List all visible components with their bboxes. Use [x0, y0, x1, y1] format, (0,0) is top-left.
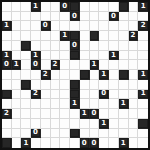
- black-cell: [119, 70, 129, 80]
- empty-cell[interactable]: [129, 12, 139, 22]
- empty-cell[interactable]: [138, 129, 148, 139]
- black-cell: [119, 2, 129, 12]
- empty-cell[interactable]: [90, 21, 100, 31]
- empty-cell[interactable]: [51, 31, 61, 41]
- black-cell: [70, 129, 80, 139]
- clue-number: 1: [33, 51, 38, 58]
- clue-cell: 1: [21, 138, 31, 148]
- empty-cell[interactable]: [99, 129, 109, 139]
- empty-cell[interactable]: [60, 99, 70, 109]
- empty-cell[interactable]: [80, 51, 90, 61]
- clue-cell: 1: [138, 90, 148, 100]
- clue-cell: 0: [2, 60, 12, 70]
- empty-cell[interactable]: [70, 21, 80, 31]
- empty-cell[interactable]: [51, 2, 61, 12]
- empty-cell[interactable]: [119, 80, 129, 90]
- clue-number: 1: [92, 61, 97, 68]
- empty-cell[interactable]: [41, 129, 51, 139]
- empty-cell[interactable]: [119, 21, 129, 31]
- empty-cell[interactable]: [12, 90, 22, 100]
- empty-cell[interactable]: [129, 70, 139, 80]
- empty-cell[interactable]: [31, 12, 41, 22]
- empty-cell[interactable]: [2, 129, 12, 139]
- empty-cell[interactable]: [109, 99, 119, 109]
- empty-cell[interactable]: [80, 21, 90, 31]
- empty-cell[interactable]: [21, 70, 31, 80]
- clue-cell: 1: [70, 99, 80, 109]
- clue-number: 0: [92, 139, 97, 146]
- clue-number: 1: [141, 2, 146, 9]
- clue-number: 1: [141, 90, 146, 97]
- clue-cell: 1: [80, 109, 90, 119]
- empty-cell[interactable]: [51, 12, 61, 22]
- clue-number: 1: [141, 70, 146, 77]
- empty-cell[interactable]: [90, 119, 100, 129]
- empty-cell[interactable]: [2, 70, 12, 80]
- empty-cell[interactable]: [12, 109, 22, 119]
- empty-cell[interactable]: [129, 2, 139, 12]
- empty-cell[interactable]: [21, 51, 31, 61]
- empty-cell[interactable]: [41, 51, 51, 61]
- black-cell: [21, 80, 31, 90]
- empty-cell[interactable]: [51, 109, 61, 119]
- black-cell: [70, 51, 80, 61]
- empty-cell[interactable]: [138, 138, 148, 148]
- empty-cell[interactable]: [129, 80, 139, 90]
- empty-cell[interactable]: [109, 70, 119, 80]
- empty-cell[interactable]: [109, 31, 119, 41]
- clue-cell: 2: [41, 70, 51, 80]
- empty-cell[interactable]: [2, 31, 12, 41]
- clue-number: 1: [121, 139, 126, 146]
- clue-number: 1: [101, 119, 106, 126]
- empty-cell[interactable]: [21, 2, 31, 12]
- empty-cell[interactable]: [119, 12, 129, 22]
- clue-number: 2: [33, 90, 38, 97]
- empty-cell[interactable]: [12, 2, 22, 12]
- puzzle-board: 101001021201110102121120111210101001: [0, 0, 150, 150]
- clue-number: 1: [121, 100, 126, 107]
- empty-cell[interactable]: [31, 109, 41, 119]
- empty-cell[interactable]: [70, 70, 80, 80]
- empty-cell[interactable]: [99, 99, 109, 109]
- empty-cell[interactable]: [138, 41, 148, 51]
- clue-number: 2: [4, 109, 9, 116]
- empty-cell[interactable]: [31, 21, 41, 31]
- empty-cell[interactable]: [80, 12, 90, 22]
- clue-cell: 2: [138, 21, 148, 31]
- black-cell: [2, 138, 12, 148]
- empty-cell[interactable]: [21, 21, 31, 31]
- black-cell: [80, 70, 90, 80]
- empty-cell[interactable]: [12, 70, 22, 80]
- empty-cell[interactable]: [80, 60, 90, 70]
- empty-cell[interactable]: [109, 129, 119, 139]
- empty-cell[interactable]: [60, 41, 70, 51]
- clue-number: 1: [101, 70, 106, 77]
- empty-cell[interactable]: [41, 80, 51, 90]
- empty-cell[interactable]: [99, 12, 109, 22]
- empty-cell[interactable]: [109, 109, 119, 119]
- empty-cell[interactable]: [51, 138, 61, 148]
- empty-cell[interactable]: [129, 41, 139, 51]
- empty-cell[interactable]: [51, 90, 61, 100]
- clue-number: 2: [43, 70, 48, 77]
- empty-cell[interactable]: [60, 119, 70, 129]
- clue-cell: 0: [90, 109, 100, 119]
- empty-cell[interactable]: [12, 99, 22, 109]
- clue-number: 2: [53, 61, 58, 68]
- clue-number: 1: [14, 61, 19, 68]
- empty-cell[interactable]: [31, 99, 41, 109]
- empty-cell[interactable]: [31, 138, 41, 148]
- empty-cell[interactable]: [2, 2, 12, 12]
- clue-number: 2: [141, 22, 146, 29]
- empty-cell[interactable]: [12, 12, 22, 22]
- empty-cell[interactable]: [119, 129, 129, 139]
- clue-number: 0: [101, 90, 106, 97]
- empty-cell[interactable]: [41, 109, 51, 119]
- empty-cell[interactable]: [138, 109, 148, 119]
- empty-cell[interactable]: [60, 12, 70, 22]
- clue-number: 0: [72, 41, 77, 48]
- clue-cell: 0: [109, 12, 119, 22]
- clue-cell: 1: [12, 60, 22, 70]
- empty-cell[interactable]: [31, 70, 41, 80]
- clue-number: 1: [72, 100, 77, 107]
- clue-number: 2: [130, 32, 135, 39]
- empty-cell[interactable]: [2, 80, 12, 90]
- empty-cell[interactable]: [60, 109, 70, 119]
- empty-cell[interactable]: [99, 41, 109, 51]
- empty-cell[interactable]: [80, 31, 90, 41]
- black-cell: [90, 31, 100, 41]
- empty-cell[interactable]: [70, 109, 80, 119]
- empty-cell[interactable]: [99, 138, 109, 148]
- clue-number: 0: [72, 12, 77, 19]
- clue-cell: 0: [90, 138, 100, 148]
- clue-cell: 1: [2, 21, 12, 31]
- empty-cell[interactable]: [21, 60, 31, 70]
- empty-cell[interactable]: [109, 119, 119, 129]
- empty-cell[interactable]: [80, 90, 90, 100]
- empty-cell[interactable]: [129, 99, 139, 109]
- empty-cell[interactable]: [129, 51, 139, 61]
- black-cell: [21, 41, 31, 51]
- empty-cell[interactable]: [21, 129, 31, 139]
- empty-cell[interactable]: [99, 21, 109, 31]
- empty-cell[interactable]: [60, 90, 70, 100]
- empty-cell[interactable]: [119, 109, 129, 119]
- empty-cell[interactable]: [70, 60, 80, 70]
- black-cell: [70, 80, 80, 90]
- empty-cell[interactable]: [99, 2, 109, 12]
- clue-number: 0: [33, 61, 38, 68]
- clue-cell: 0: [70, 12, 80, 22]
- clue-cell: 1: [138, 70, 148, 80]
- empty-cell[interactable]: [41, 31, 51, 41]
- empty-cell[interactable]: [51, 119, 61, 129]
- empty-cell[interactable]: [80, 119, 90, 129]
- empty-cell[interactable]: [129, 109, 139, 119]
- clue-number: 0: [62, 2, 67, 9]
- clue-number: 0: [111, 12, 116, 19]
- empty-cell[interactable]: [21, 99, 31, 109]
- empty-cell[interactable]: [80, 129, 90, 139]
- empty-cell[interactable]: [90, 80, 100, 90]
- empty-cell[interactable]: [80, 80, 90, 90]
- empty-cell[interactable]: [41, 138, 51, 148]
- clue-cell: 0: [31, 60, 41, 70]
- empty-cell[interactable]: [51, 129, 61, 139]
- empty-cell[interactable]: [21, 109, 31, 119]
- empty-cell[interactable]: [129, 138, 139, 148]
- clue-number: 1: [33, 2, 38, 9]
- empty-cell[interactable]: [51, 80, 61, 90]
- empty-cell[interactable]: [60, 80, 70, 90]
- empty-cell[interactable]: [109, 60, 119, 70]
- empty-cell[interactable]: [41, 119, 51, 129]
- empty-cell[interactable]: [31, 31, 41, 41]
- empty-cell[interactable]: [2, 119, 12, 129]
- empty-cell[interactable]: [109, 138, 119, 148]
- clue-cell: 0: [99, 90, 109, 100]
- clue-cell: 2: [2, 109, 12, 119]
- clue-cell: 1: [31, 2, 41, 12]
- empty-cell[interactable]: [138, 51, 148, 61]
- empty-cell[interactable]: [41, 99, 51, 109]
- empty-cell[interactable]: [99, 51, 109, 61]
- empty-cell[interactable]: [41, 2, 51, 12]
- empty-cell[interactable]: [80, 41, 90, 51]
- empty-cell[interactable]: [129, 119, 139, 129]
- empty-cell[interactable]: [21, 119, 31, 129]
- empty-cell[interactable]: [41, 90, 51, 100]
- empty-cell[interactable]: [60, 51, 70, 61]
- empty-cell[interactable]: [90, 70, 100, 80]
- empty-cell[interactable]: [12, 138, 22, 148]
- empty-cell[interactable]: [109, 90, 119, 100]
- empty-cell[interactable]: [90, 41, 100, 51]
- empty-cell[interactable]: [70, 119, 80, 129]
- clue-number: 0: [92, 109, 97, 116]
- empty-cell[interactable]: [119, 31, 129, 41]
- empty-cell[interactable]: [12, 129, 22, 139]
- clue-number: 0: [4, 61, 9, 68]
- akari-puzzle: 101001021201110102121120111210101001: [0, 0, 150, 150]
- empty-cell[interactable]: [70, 138, 80, 148]
- empty-cell[interactable]: [51, 21, 61, 31]
- black-cell: [138, 119, 148, 129]
- clue-cell: 1: [109, 51, 119, 61]
- empty-cell[interactable]: [12, 119, 22, 129]
- clue-cell: 2: [31, 90, 41, 100]
- empty-cell[interactable]: [119, 41, 129, 51]
- clue-cell: 0: [80, 138, 90, 148]
- clue-number: 0: [82, 139, 87, 146]
- clue-number: 0: [43, 22, 48, 29]
- clue-number: 1: [23, 139, 28, 146]
- empty-cell[interactable]: [119, 60, 129, 70]
- empty-cell[interactable]: [109, 21, 119, 31]
- clue-cell: 1: [99, 119, 109, 129]
- empty-cell[interactable]: [90, 129, 100, 139]
- clue-cell: 2: [129, 31, 139, 41]
- empty-cell[interactable]: [41, 41, 51, 51]
- clue-number: 1: [82, 109, 87, 116]
- empty-cell[interactable]: [51, 70, 61, 80]
- empty-cell[interactable]: [51, 41, 61, 51]
- clue-cell: 0: [31, 129, 41, 139]
- empty-cell[interactable]: [60, 70, 70, 80]
- empty-cell[interactable]: [109, 80, 119, 90]
- clue-number: 1: [111, 51, 116, 58]
- empty-cell[interactable]: [90, 90, 100, 100]
- clue-cell: 2: [51, 60, 61, 70]
- empty-cell[interactable]: [12, 31, 22, 41]
- clue-cell: 1: [99, 70, 109, 80]
- empty-cell[interactable]: [129, 60, 139, 70]
- clue-cell: 1: [138, 2, 148, 12]
- empty-cell[interactable]: [51, 99, 61, 109]
- empty-cell[interactable]: [119, 51, 129, 61]
- clue-number: 1: [62, 32, 67, 39]
- empty-cell[interactable]: [99, 31, 109, 41]
- clue-cell: 1: [90, 60, 100, 70]
- empty-cell[interactable]: [90, 2, 100, 12]
- empty-cell[interactable]: [138, 99, 148, 109]
- empty-cell[interactable]: [138, 31, 148, 41]
- empty-cell[interactable]: [12, 41, 22, 51]
- empty-cell[interactable]: [129, 129, 139, 139]
- empty-cell[interactable]: [21, 31, 31, 41]
- empty-cell[interactable]: [12, 80, 22, 90]
- clue-cell: 0: [60, 2, 70, 12]
- clue-number: 1: [4, 51, 9, 58]
- clue-number: 1: [4, 22, 9, 29]
- clue-cell: 1: [119, 99, 129, 109]
- clue-cell: 1: [60, 31, 70, 41]
- empty-cell[interactable]: [12, 21, 22, 31]
- black-cell: [2, 90, 12, 100]
- empty-cell[interactable]: [119, 119, 129, 129]
- empty-cell[interactable]: [21, 90, 31, 100]
- clue-cell: 0: [41, 21, 51, 31]
- empty-cell[interactable]: [80, 2, 90, 12]
- empty-cell[interactable]: [60, 138, 70, 148]
- empty-cell[interactable]: [60, 129, 70, 139]
- empty-cell[interactable]: [60, 60, 70, 70]
- clue-cell: 0: [70, 41, 80, 51]
- clue-cell: 1: [119, 138, 129, 148]
- clue-number: 0: [33, 129, 38, 136]
- empty-cell[interactable]: [129, 90, 139, 100]
- empty-cell[interactable]: [90, 12, 100, 22]
- empty-cell[interactable]: [21, 12, 31, 22]
